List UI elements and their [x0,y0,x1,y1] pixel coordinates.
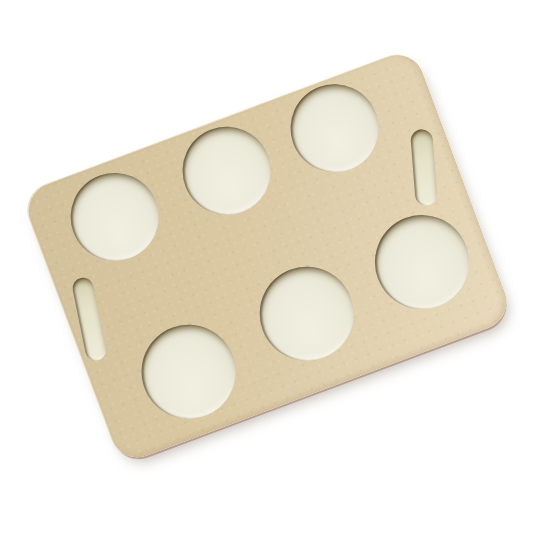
pit-r1c2[interactable] [170,114,283,227]
pit-r2c3[interactable] [361,202,482,323]
pit-r1c3[interactable] [278,72,391,185]
pit-r1c1[interactable] [58,160,171,273]
handle-slot-right [410,129,438,206]
handle-slot-left [71,276,108,363]
pit-r2c1[interactable] [128,311,249,432]
pit-r2c2[interactable] [246,253,367,374]
board-photo-scene [0,0,548,548]
game-board [20,47,515,466]
